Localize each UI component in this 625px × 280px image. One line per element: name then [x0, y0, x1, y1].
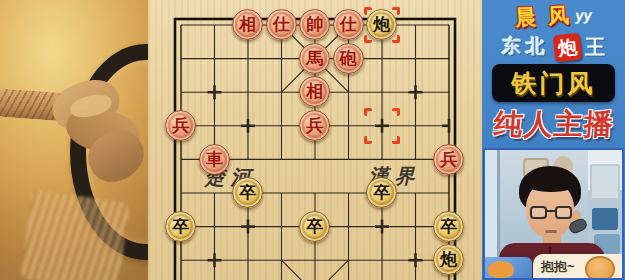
pure-human-text: 纯人主播: [492, 105, 615, 145]
streamer-glasses: [530, 206, 572, 220]
xiangqi-piece-red[interactable]: 兵: [299, 110, 330, 141]
xiangqi-piece-red[interactable]: 相: [299, 76, 330, 107]
xiangqi-piece-black[interactable]: 炮: [366, 9, 397, 40]
pieces-layer: 相仕帥仕炮馬砲相兵兵車兵卒卒卒卒卒炮: [164, 8, 466, 280]
streamer-mouth: [545, 230, 557, 233]
glasses-lens: [555, 206, 572, 219]
xiangqi-piece-red[interactable]: 仕: [266, 9, 297, 40]
streamer-name: 晨风: [514, 1, 581, 32]
xiangqi-board[interactable]: 楚河 漢界 相仕帥仕炮馬砲相兵兵車兵卒卒卒卒卒炮: [148, 0, 482, 280]
xiangqi-piece-black[interactable]: 卒: [433, 211, 464, 242]
title-suffix: 王: [585, 34, 605, 61]
streamer-panel: 晨风 yy 东北 炮 王 铁门风 纯人主播: [482, 0, 625, 280]
xiangqi-piece-red[interactable]: 兵: [165, 110, 196, 141]
xiangqi-piece-red[interactable]: 砲: [333, 43, 364, 74]
gift-sticker-card: [483, 257, 532, 280]
nickname-text: 铁门风: [512, 67, 596, 100]
shelf-item: [592, 208, 618, 230]
glasses-lens: [530, 206, 547, 219]
xiangqi-piece-red[interactable]: 帥: [299, 9, 330, 40]
xiangqi-piece-red[interactable]: 相: [232, 9, 263, 40]
xiangqi-piece-black[interactable]: 卒: [366, 177, 397, 208]
platform-suffix: yy: [575, 6, 593, 24]
background-photo-rope-knot: [0, 0, 148, 280]
xiangqi-piece-red[interactable]: 仕: [333, 9, 364, 40]
xiangqi-piece-black[interactable]: 卒: [232, 177, 263, 208]
xiangqi-piece-red[interactable]: 車: [199, 144, 230, 175]
hug-sticker: 抱抱~: [533, 254, 622, 280]
nickname-box: 铁门风: [492, 64, 615, 102]
xiangqi-piece-black[interactable]: 卒: [299, 211, 330, 242]
title-prefix: 东北: [502, 34, 550, 60]
cannon-badge: 炮: [553, 32, 583, 62]
xiangqi-piece-black[interactable]: 炮: [433, 244, 464, 275]
title-cannon-king-line: 东北 炮 王: [482, 30, 625, 64]
pure-human-line: 纯人主播: [482, 103, 625, 146]
streamer-hair-fringe: [523, 174, 579, 192]
xiangqi-piece-red[interactable]: 馬: [299, 43, 330, 74]
xiangqi-piece-red[interactable]: 兵: [433, 144, 464, 175]
webcam-feed: 抱抱~: [483, 148, 624, 280]
stream-screenshot: 楚河 漢界 相仕帥仕炮馬砲相兵兵車兵卒卒卒卒卒炮 晨风 yy 东北 炮 王 铁门…: [0, 0, 625, 280]
hug-sticker-text: 抱抱~: [541, 258, 575, 276]
xiangqi-piece-black[interactable]: 卒: [165, 211, 196, 242]
last-move-marker: [367, 111, 397, 141]
shelf-item: [590, 164, 620, 200]
gift-sticker-creature: [488, 261, 514, 278]
rope-fibers: [20, 190, 130, 280]
hug-sticker-creature: [585, 256, 615, 280]
